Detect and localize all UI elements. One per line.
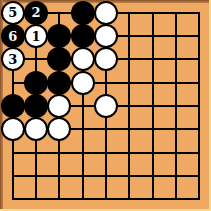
point-D5[interactable] xyxy=(71,94,94,117)
point-A2[interactable] xyxy=(1,164,24,187)
move-number-label: 2 xyxy=(31,6,40,19)
go-board-diagram: 52613 xyxy=(0,0,211,211)
point-J6[interactable] xyxy=(188,71,211,94)
black-stone xyxy=(24,71,48,95)
white-stone xyxy=(94,94,118,118)
point-F9[interactable] xyxy=(118,1,141,24)
point-F3[interactable] xyxy=(118,141,141,164)
point-D2[interactable] xyxy=(71,164,94,187)
move-number-label: 1 xyxy=(31,30,40,43)
white-stone xyxy=(24,117,48,141)
point-F8[interactable] xyxy=(118,24,141,47)
move-number-label: 6 xyxy=(8,30,17,43)
point-J8[interactable] xyxy=(188,24,211,47)
point-H2[interactable] xyxy=(164,164,187,187)
point-A4[interactable] xyxy=(1,118,24,141)
point-B9[interactable]: 2 xyxy=(24,1,47,24)
go-grid: 52613 xyxy=(1,1,211,211)
point-C6[interactable] xyxy=(48,71,71,94)
point-J3[interactable] xyxy=(188,141,211,164)
point-C2[interactable] xyxy=(48,164,71,187)
point-H9[interactable] xyxy=(164,1,187,24)
point-H8[interactable] xyxy=(164,24,187,47)
point-C9[interactable] xyxy=(48,1,71,24)
point-J5[interactable] xyxy=(188,94,211,117)
point-J2[interactable] xyxy=(188,164,211,187)
point-A7[interactable]: 3 xyxy=(1,48,24,71)
black-stone: 2 xyxy=(24,1,48,25)
point-A1[interactable] xyxy=(1,188,24,211)
point-H3[interactable] xyxy=(164,141,187,164)
black-stone xyxy=(24,94,48,118)
point-J7[interactable] xyxy=(188,48,211,71)
point-H5[interactable] xyxy=(164,94,187,117)
point-G6[interactable] xyxy=(141,71,164,94)
point-C1[interactable] xyxy=(48,188,71,211)
point-C7[interactable] xyxy=(48,48,71,71)
white-stone xyxy=(1,117,25,141)
white-stone xyxy=(94,1,118,25)
point-D6[interactable] xyxy=(71,71,94,94)
white-stone xyxy=(94,47,118,71)
point-F2[interactable] xyxy=(118,164,141,187)
point-F5[interactable] xyxy=(118,94,141,117)
point-A5[interactable] xyxy=(1,94,24,117)
point-E4[interactable] xyxy=(94,118,117,141)
point-G2[interactable] xyxy=(141,164,164,187)
point-H4[interactable] xyxy=(164,118,187,141)
point-E3[interactable] xyxy=(94,141,117,164)
point-D4[interactable] xyxy=(71,118,94,141)
black-stone: 6 xyxy=(1,24,25,48)
point-C4[interactable] xyxy=(48,118,71,141)
point-J1[interactable] xyxy=(188,188,211,211)
point-C3[interactable] xyxy=(48,141,71,164)
black-stone xyxy=(71,24,95,48)
point-E1[interactable] xyxy=(94,188,117,211)
point-F4[interactable] xyxy=(118,118,141,141)
point-J4[interactable] xyxy=(188,118,211,141)
point-F7[interactable] xyxy=(118,48,141,71)
point-C8[interactable] xyxy=(48,24,71,47)
point-B4[interactable] xyxy=(24,118,47,141)
point-E5[interactable] xyxy=(94,94,117,117)
white-stone: 5 xyxy=(1,1,25,25)
point-A9[interactable]: 5 xyxy=(1,1,24,24)
point-E6[interactable] xyxy=(94,71,117,94)
point-B1[interactable] xyxy=(24,188,47,211)
point-B5[interactable] xyxy=(24,94,47,117)
point-D7[interactable] xyxy=(71,48,94,71)
point-A3[interactable] xyxy=(1,141,24,164)
point-A8[interactable]: 6 xyxy=(1,24,24,47)
point-B7[interactable] xyxy=(24,48,47,71)
point-G9[interactable] xyxy=(141,1,164,24)
point-F6[interactable] xyxy=(118,71,141,94)
point-A6[interactable] xyxy=(1,71,24,94)
point-E8[interactable] xyxy=(94,24,117,47)
white-stone xyxy=(47,94,71,118)
black-stone xyxy=(1,94,25,118)
point-D8[interactable] xyxy=(71,24,94,47)
point-E9[interactable] xyxy=(94,1,117,24)
point-B3[interactable] xyxy=(24,141,47,164)
white-stone xyxy=(47,117,71,141)
point-B2[interactable] xyxy=(24,164,47,187)
white-stone: 3 xyxy=(1,47,25,71)
white-stone xyxy=(94,24,118,48)
point-G4[interactable] xyxy=(141,118,164,141)
point-D9[interactable] xyxy=(71,1,94,24)
black-stone xyxy=(47,47,71,71)
move-number-label: 5 xyxy=(8,6,17,19)
point-G1[interactable] xyxy=(141,188,164,211)
point-B8[interactable]: 1 xyxy=(24,24,47,47)
point-F1[interactable] xyxy=(118,188,141,211)
move-number-label: 3 xyxy=(8,53,17,66)
point-B6[interactable] xyxy=(24,71,47,94)
white-stone: 1 xyxy=(24,24,48,48)
white-stone xyxy=(71,71,95,95)
black-stone xyxy=(47,24,71,48)
point-H6[interactable] xyxy=(164,71,187,94)
point-E7[interactable] xyxy=(94,48,117,71)
point-D1[interactable] xyxy=(71,188,94,211)
point-H1[interactable] xyxy=(164,188,187,211)
point-G5[interactable] xyxy=(141,94,164,117)
point-D3[interactable] xyxy=(71,141,94,164)
point-H7[interactable] xyxy=(164,48,187,71)
point-G8[interactable] xyxy=(141,24,164,47)
point-G7[interactable] xyxy=(141,48,164,71)
point-E2[interactable] xyxy=(94,164,117,187)
black-stone xyxy=(47,71,71,95)
point-C5[interactable] xyxy=(48,94,71,117)
point-G3[interactable] xyxy=(141,141,164,164)
black-stone xyxy=(71,1,95,25)
white-stone xyxy=(71,47,95,71)
point-J9[interactable] xyxy=(188,1,211,24)
